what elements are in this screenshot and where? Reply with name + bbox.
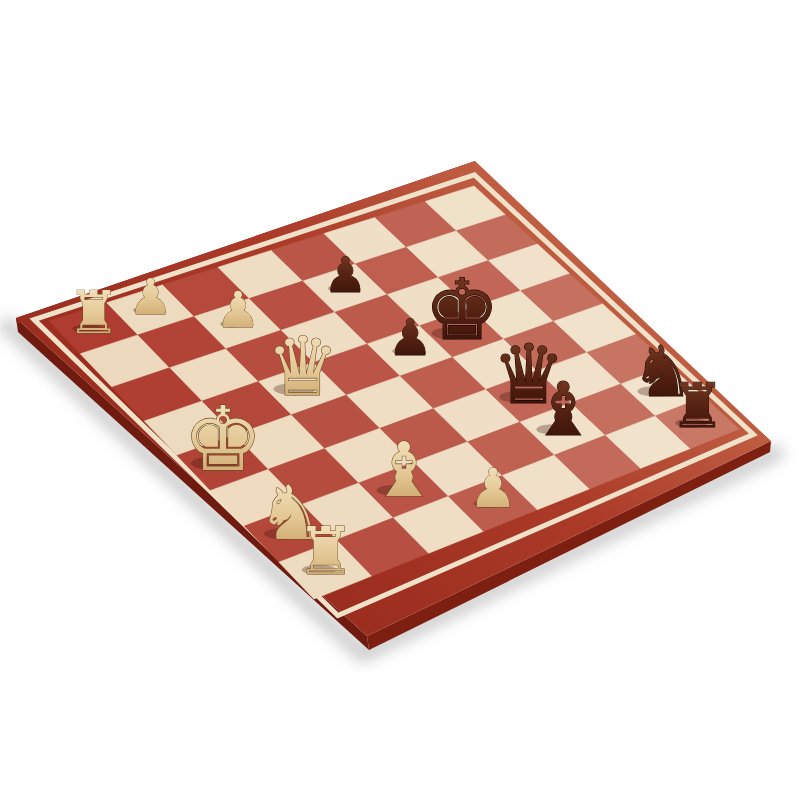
piece-white-rook-h1: ♜: [296, 513, 355, 589]
photo-stage: ♟♟♟♜♚♟♛♞♛♜♝♚♝♟♞♜: [0, 0, 800, 800]
chess-set-photo: ♟♟♟♜♚♟♛♞♛♜♝♚♝♟♞♜: [0, 0, 800, 800]
piece-white-pawn-a2: ♟: [129, 268, 173, 326]
piece-white-queen-d3: ♛: [266, 319, 339, 414]
piece-white-bishop-g3: ♝: [370, 426, 438, 514]
piece-black-pawn-b5: ♟: [323, 247, 367, 304]
piece-black-pawn-d5: ♟: [388, 308, 433, 367]
piece-black-king-d6: ♚: [424, 261, 499, 359]
piece-black-rook-h8: ♜: [670, 370, 725, 442]
piece-white-pawn-b3: ♟: [216, 281, 261, 339]
piece-white-king-e1: ♚: [183, 387, 263, 491]
piece-white-rook-a1: ♜: [67, 279, 120, 347]
piece-white-pawn-h4: ♟: [469, 457, 518, 520]
piece-black-bishop-g6: ♝: [530, 366, 596, 452]
